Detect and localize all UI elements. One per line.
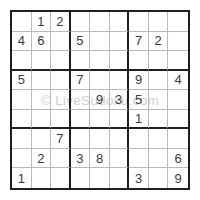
cell-r4c6[interactable] xyxy=(110,71,130,91)
cell-r7c1[interactable] xyxy=(12,129,32,149)
cell-r4c3[interactable] xyxy=(51,71,71,91)
cell-r3c5[interactable] xyxy=(90,51,110,71)
cell-r1c5[interactable] xyxy=(90,12,110,32)
cell-r3c4[interactable] xyxy=(71,51,91,71)
cell-r6c5[interactable] xyxy=(90,110,110,130)
cell-r1c8[interactable] xyxy=(149,12,169,32)
sudoku-grid: 12465725794935172386139 xyxy=(12,12,188,188)
cell-r1c4[interactable] xyxy=(71,12,91,32)
cell-r6c1[interactable] xyxy=(12,110,32,130)
cell-r7c8[interactable] xyxy=(149,129,169,149)
cell-r7c9[interactable] xyxy=(168,129,188,149)
cell-r2c6[interactable] xyxy=(110,32,130,52)
cell-r7c6[interactable] xyxy=(110,129,130,149)
cell-r7c7[interactable] xyxy=(129,129,149,149)
cell-r6c6[interactable] xyxy=(110,110,130,130)
cell-r2c7[interactable]: 7 xyxy=(129,32,149,52)
cell-r3c8[interactable] xyxy=(149,51,169,71)
cell-r7c4[interactable] xyxy=(71,129,91,149)
cell-r3c7[interactable] xyxy=(129,51,149,71)
cell-r9c6[interactable] xyxy=(110,168,130,188)
cell-r8c5[interactable]: 8 xyxy=(90,149,110,169)
cell-r7c5[interactable] xyxy=(90,129,110,149)
cell-r6c4[interactable] xyxy=(71,110,91,130)
cell-r9c1[interactable]: 1 xyxy=(12,168,32,188)
cell-r1c9[interactable] xyxy=(168,12,188,32)
cell-r2c2[interactable]: 6 xyxy=(32,32,52,52)
cell-r8c3[interactable] xyxy=(51,149,71,169)
cell-r9c8[interactable] xyxy=(149,168,169,188)
cell-r5c5[interactable]: 9 xyxy=(90,90,110,110)
cell-r8c6[interactable] xyxy=(110,149,130,169)
cell-r9c9[interactable]: 9 xyxy=(168,168,188,188)
cell-r8c2[interactable]: 2 xyxy=(32,149,52,169)
cell-r3c6[interactable] xyxy=(110,51,130,71)
cell-r8c4[interactable]: 3 xyxy=(71,149,91,169)
page: { "game": "sudoku", "grid_size": 9, "pos… xyxy=(0,0,200,200)
cell-r8c8[interactable] xyxy=(149,149,169,169)
cell-r4c8[interactable] xyxy=(149,71,169,91)
cell-r2c5[interactable] xyxy=(90,32,110,52)
cell-r9c2[interactable] xyxy=(32,168,52,188)
cell-r3c3[interactable] xyxy=(51,51,71,71)
cell-r4c4[interactable]: 7 xyxy=(71,71,91,91)
cell-r2c1[interactable]: 4 xyxy=(12,32,32,52)
cell-r5c3[interactable] xyxy=(51,90,71,110)
cell-r6c9[interactable] xyxy=(168,110,188,130)
cell-r6c3[interactable] xyxy=(51,110,71,130)
cell-r9c3[interactable] xyxy=(51,168,71,188)
cell-r4c5[interactable] xyxy=(90,71,110,91)
cell-r7c2[interactable] xyxy=(32,129,52,149)
cell-r1c7[interactable] xyxy=(129,12,149,32)
cell-r3c2[interactable] xyxy=(32,51,52,71)
cell-r6c8[interactable] xyxy=(149,110,169,130)
cell-r2c9[interactable] xyxy=(168,32,188,52)
cell-r3c9[interactable] xyxy=(168,51,188,71)
cell-r1c6[interactable] xyxy=(110,12,130,32)
cell-r4c7[interactable]: 9 xyxy=(129,71,149,91)
cell-r1c1[interactable] xyxy=(12,12,32,32)
cell-r4c1[interactable]: 5 xyxy=(12,71,32,91)
cell-r5c7[interactable]: 5 xyxy=(129,90,149,110)
cell-r9c7[interactable]: 3 xyxy=(129,168,149,188)
cell-r6c2[interactable] xyxy=(32,110,52,130)
cell-r5c9[interactable] xyxy=(168,90,188,110)
cell-r5c1[interactable] xyxy=(12,90,32,110)
cell-r3c1[interactable] xyxy=(12,51,32,71)
cell-r4c2[interactable] xyxy=(32,71,52,91)
cell-r5c8[interactable] xyxy=(149,90,169,110)
cell-r9c4[interactable] xyxy=(71,168,91,188)
cell-r8c1[interactable] xyxy=(12,149,32,169)
cell-r5c6[interactable]: 3 xyxy=(110,90,130,110)
cell-r1c2[interactable]: 1 xyxy=(32,12,52,32)
cell-r7c3[interactable]: 7 xyxy=(51,129,71,149)
cell-r2c4[interactable]: 5 xyxy=(71,32,91,52)
cell-r8c9[interactable]: 6 xyxy=(168,149,188,169)
cell-r6c7[interactable]: 1 xyxy=(129,110,149,130)
cell-r4c9[interactable]: 4 xyxy=(168,71,188,91)
cell-r1c3[interactable]: 2 xyxy=(51,12,71,32)
cell-r2c8[interactable]: 2 xyxy=(149,32,169,52)
cell-r5c2[interactable] xyxy=(32,90,52,110)
sudoku-board: © LiveSudoku.com 12465725794935172386139 xyxy=(10,10,190,190)
cell-r5c4[interactable] xyxy=(71,90,91,110)
cell-r2c3[interactable] xyxy=(51,32,71,52)
cell-r9c5[interactable] xyxy=(90,168,110,188)
cell-r8c7[interactable] xyxy=(129,149,149,169)
